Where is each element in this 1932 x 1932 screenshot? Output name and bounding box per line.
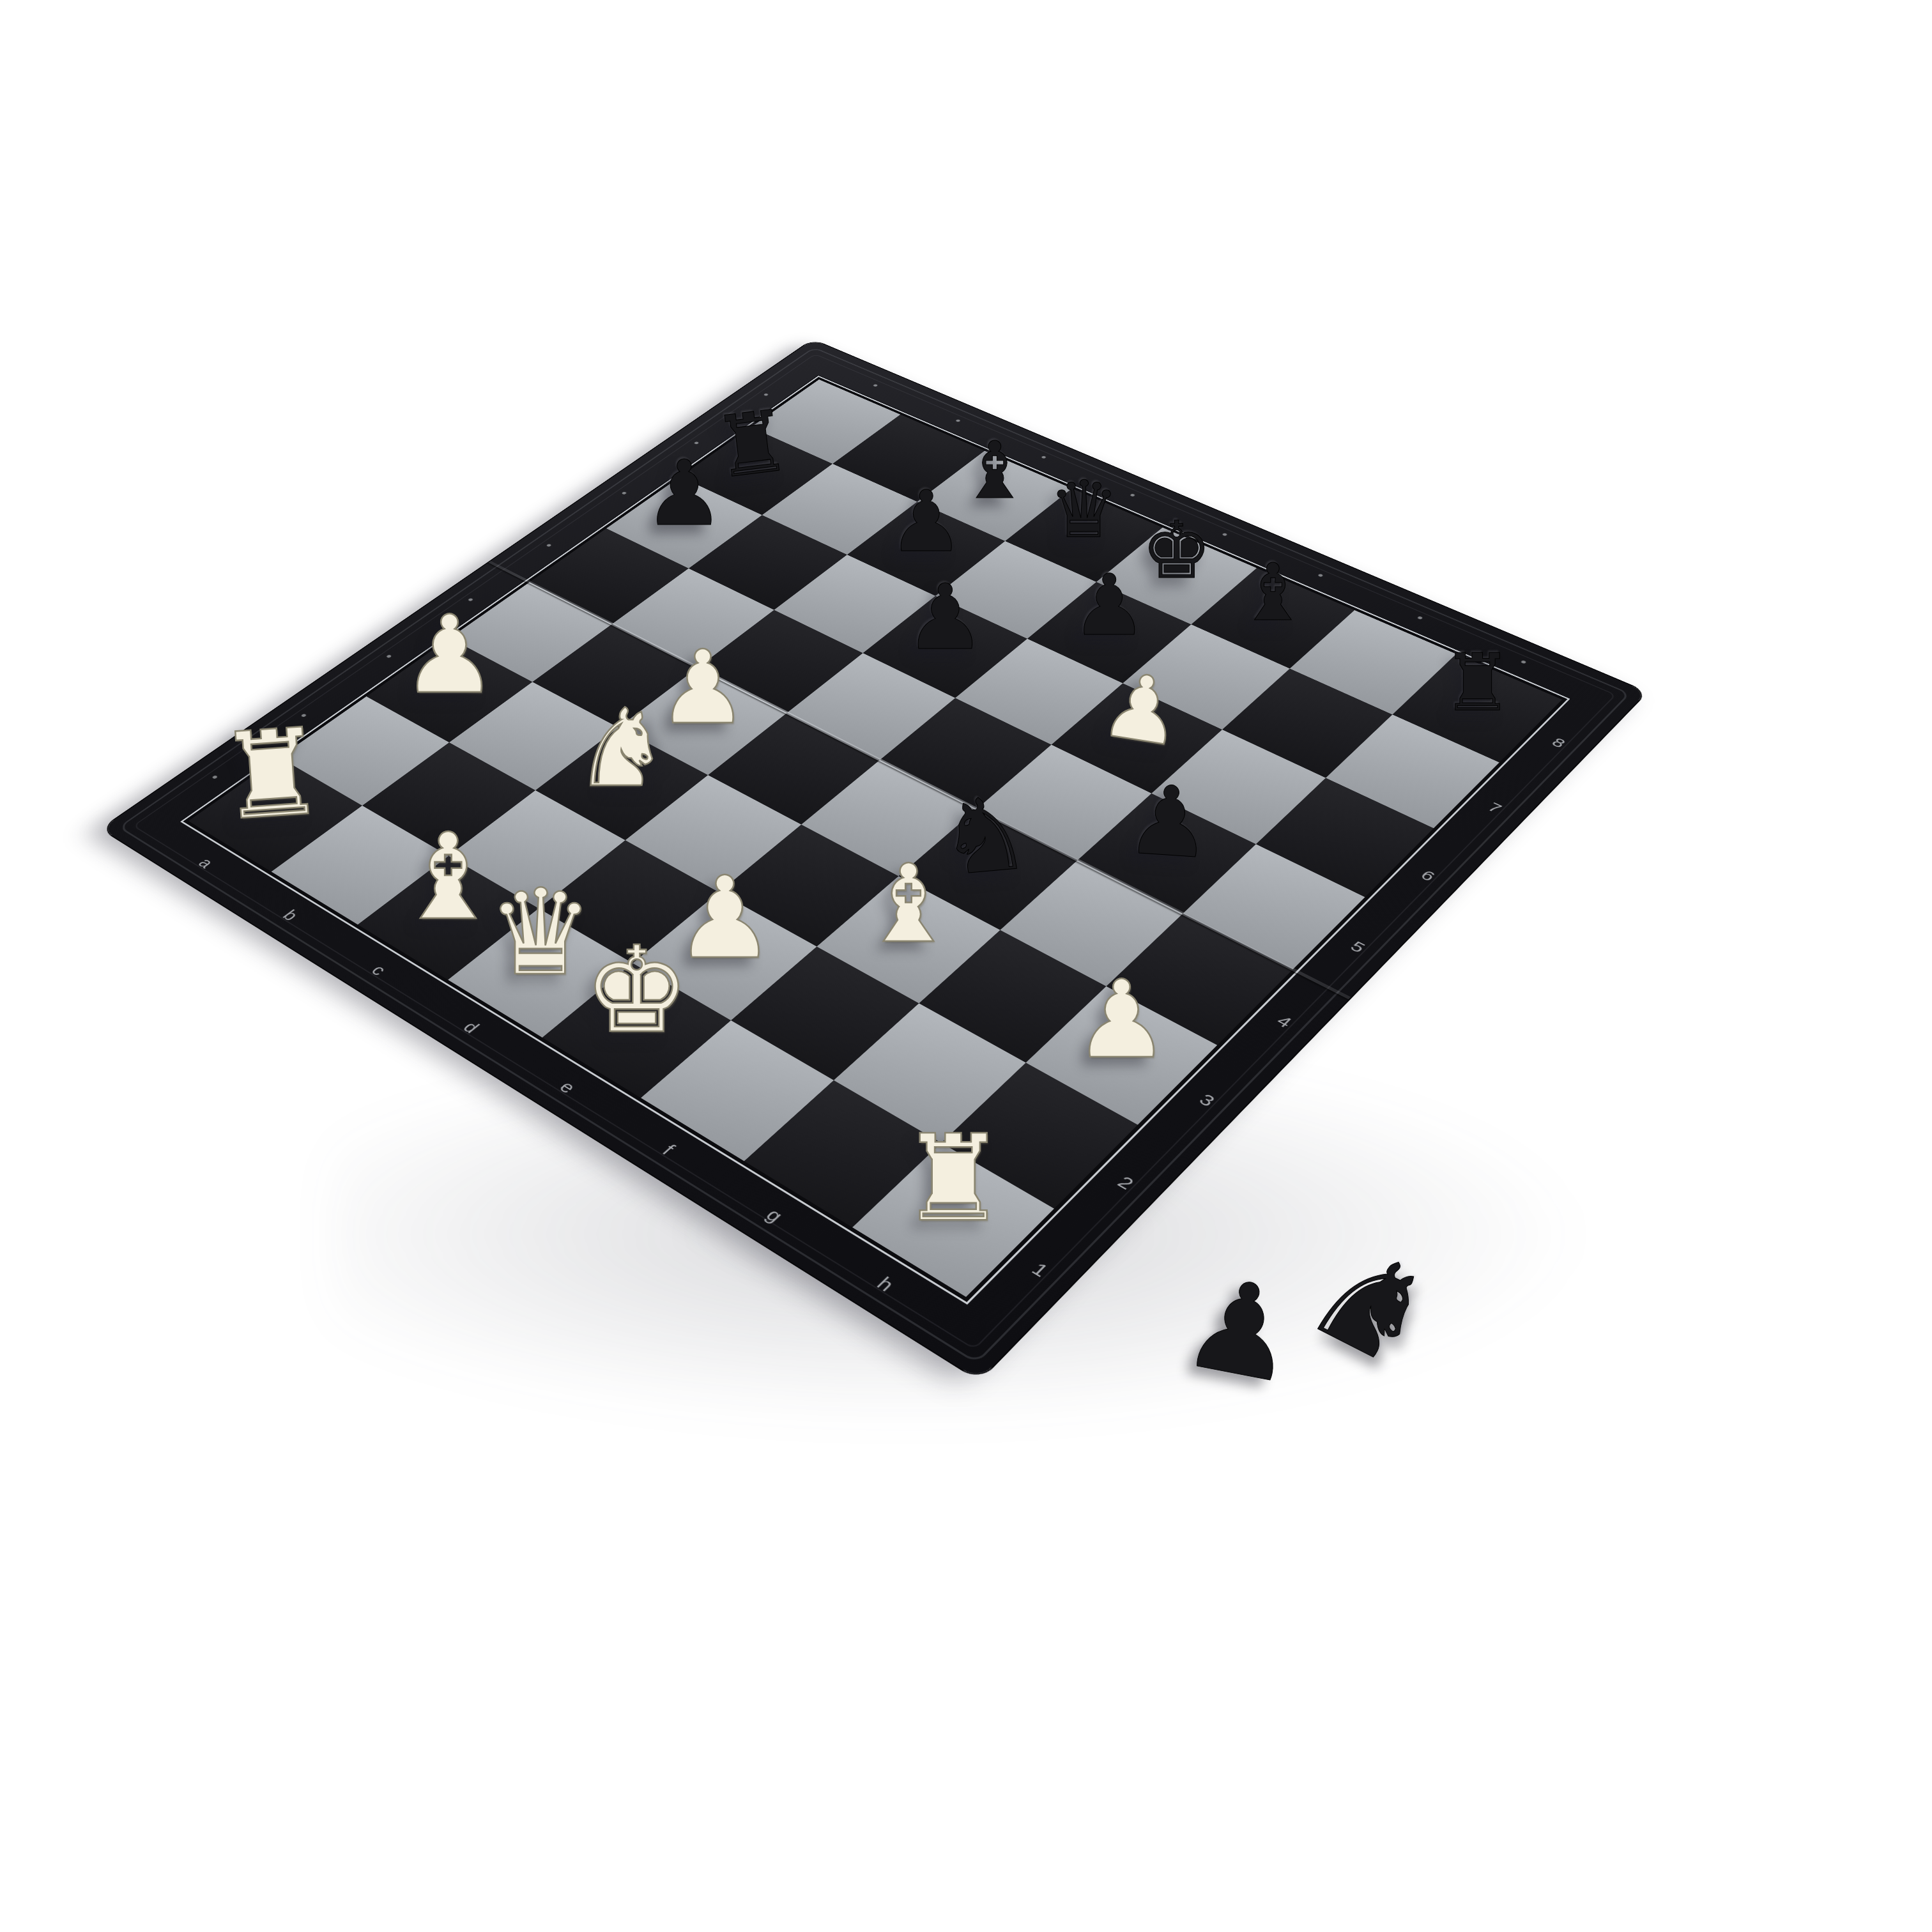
piece-white-rook-h1[interactable]: ♜ [900,1119,1007,1238]
piece-black-pawn-a6[interactable]: ♟ [644,448,724,538]
piece-white-bishop-f3[interactable]: ♝ [861,850,957,957]
piece-white-queen-d1[interactable]: ♛ [487,873,594,992]
pieces-layer: ♝♛♚♝♜♜♟♟♟♟♟♞♟♟♟♞♝♟♟♜♝♛♚♜♟♞ [0,0,1932,1932]
piece-black-pawn-c7[interactable]: ♟ [888,479,963,563]
piece-white-king-e1[interactable]: ♚ [583,931,690,1050]
piece-white-pawn-h3[interactable]: ♟ [1073,965,1170,1073]
piece-white-pawn-c4[interactable]: ♟ [657,636,749,738]
piece-black-queen-d8[interactable]: ♛ [1048,470,1119,549]
captured-black-pawn[interactable]: ♟ [1174,1257,1310,1403]
piece-black-bishop-c8[interactable]: ♝ [960,431,1030,510]
piece-white-bishop-c1[interactable]: ♝ [395,818,502,937]
piece-black-pawn-d6[interactable]: ♟ [905,572,985,663]
piece-black-king-e8[interactable]: ♚ [1141,511,1211,590]
piece-white-pawn-f6[interactable]: ♟ [1096,658,1190,760]
piece-white-pawn-a3[interactable]: ♟ [401,601,498,708]
piece-black-pawn-g5[interactable]: ♟ [1123,770,1216,872]
piece-white-rook-a1[interactable]: ♜ [215,712,329,838]
product-photo-scene: abcdefgh12345678 ♝♛♚♝♜♜♟♟♟♟♟♞♟♟♟♞♝♟♟♜♝♛♚… [0,0,1932,1932]
captured-black-knight[interactable]: ♞ [1289,1220,1454,1391]
piece-white-knight-c3[interactable]: ♞ [574,694,670,802]
piece-black-pawn-e7[interactable]: ♟ [1071,563,1147,647]
piece-black-rook-h8[interactable]: ♜ [1442,643,1512,722]
piece-black-bishop-f8[interactable]: ♝ [1238,553,1308,632]
